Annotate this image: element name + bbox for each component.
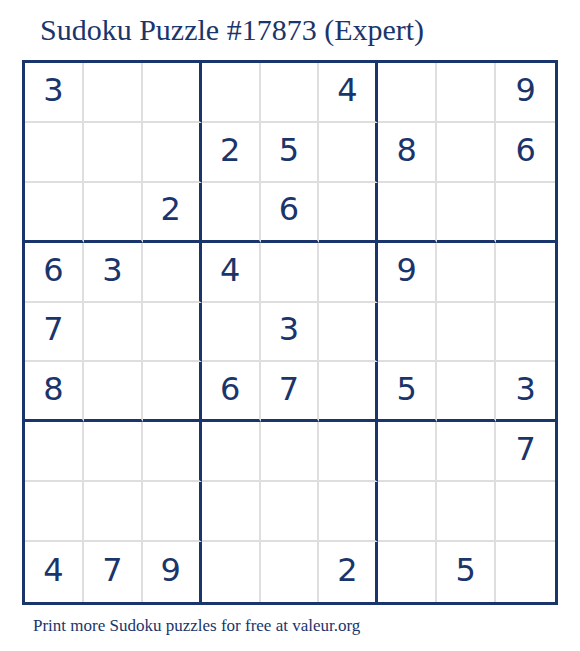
- sudoku-cell-r3c3[interactable]: 2: [143, 183, 202, 243]
- sudoku-cell-r8c1[interactable]: [25, 482, 84, 542]
- sudoku-cell-r2c6[interactable]: [319, 123, 378, 183]
- sudoku-cell-r6c2[interactable]: [84, 362, 143, 422]
- sudoku-cell-r1c6[interactable]: 4: [319, 63, 378, 123]
- sudoku-cell-r8c7[interactable]: [378, 482, 437, 542]
- sudoku-cell-r5c3[interactable]: [143, 303, 202, 363]
- sudoku-cell-r3c7[interactable]: [378, 183, 437, 243]
- sudoku-cell-r3c4[interactable]: [202, 183, 261, 243]
- sudoku-cell-r2c3[interactable]: [143, 123, 202, 183]
- page-title: Sudoku Puzzle #17873 (Expert): [40, 11, 424, 49]
- sudoku-cell-r7c9[interactable]: 7: [496, 422, 555, 482]
- sudoku-cell-r5c7[interactable]: [378, 303, 437, 363]
- sudoku-cell-r3c6[interactable]: [319, 183, 378, 243]
- sudoku-cell-r3c2[interactable]: [84, 183, 143, 243]
- sudoku-cell-r9c6[interactable]: 2: [319, 542, 378, 602]
- sudoku-cell-r6c6[interactable]: [319, 362, 378, 422]
- sudoku-cell-r1c7[interactable]: [378, 63, 437, 123]
- sudoku-cell-r6c8[interactable]: [437, 362, 496, 422]
- footer-text: Print more Sudoku puzzles for free at va…: [33, 615, 360, 637]
- sudoku-cell-r1c9[interactable]: 9: [496, 63, 555, 123]
- sudoku-cell-r1c2[interactable]: [84, 63, 143, 123]
- sudoku-cell-r2c4[interactable]: 2: [202, 123, 261, 183]
- sudoku-cell-r3c1[interactable]: [25, 183, 84, 243]
- sudoku-cell-r1c3[interactable]: [143, 63, 202, 123]
- sudoku-cell-r9c8[interactable]: 5: [437, 542, 496, 602]
- sudoku-cell-r5c4[interactable]: [202, 303, 261, 363]
- sudoku-cell-r5c8[interactable]: [437, 303, 496, 363]
- sudoku-cell-r9c2[interactable]: 7: [84, 542, 143, 602]
- sudoku-cell-r7c2[interactable]: [84, 422, 143, 482]
- sudoku-cell-r5c5[interactable]: 3: [261, 303, 320, 363]
- sudoku-cell-r9c1[interactable]: 4: [25, 542, 84, 602]
- sudoku-cell-r2c5[interactable]: 5: [261, 123, 320, 183]
- sudoku-cell-r8c5[interactable]: [261, 482, 320, 542]
- sudoku-cell-r2c7[interactable]: 8: [378, 123, 437, 183]
- sudoku-cell-r4c5[interactable]: [261, 243, 320, 303]
- sudoku-cell-r7c4[interactable]: [202, 422, 261, 482]
- sudoku-cell-r4c8[interactable]: [437, 243, 496, 303]
- sudoku-cell-r6c3[interactable]: [143, 362, 202, 422]
- sudoku-cell-r4c3[interactable]: [143, 243, 202, 303]
- sudoku-cell-r8c3[interactable]: [143, 482, 202, 542]
- sudoku-cell-r8c6[interactable]: [319, 482, 378, 542]
- sudoku-cell-r8c9[interactable]: [496, 482, 555, 542]
- sudoku-cell-r3c8[interactable]: [437, 183, 496, 243]
- sudoku-cell-r9c4[interactable]: [202, 542, 261, 602]
- sudoku-cell-r6c9[interactable]: 3: [496, 362, 555, 422]
- sudoku-cell-r8c8[interactable]: [437, 482, 496, 542]
- sudoku-cell-r4c4[interactable]: 4: [202, 243, 261, 303]
- sudoku-cell-r3c5[interactable]: 6: [261, 183, 320, 243]
- sudoku-cell-r8c2[interactable]: [84, 482, 143, 542]
- sudoku-cell-r2c8[interactable]: [437, 123, 496, 183]
- sudoku-cell-r1c5[interactable]: [261, 63, 320, 123]
- sudoku-cell-r5c1[interactable]: 7: [25, 303, 84, 363]
- sudoku-cell-r9c5[interactable]: [261, 542, 320, 602]
- sudoku-cell-r7c5[interactable]: [261, 422, 320, 482]
- sudoku-cell-r4c2[interactable]: 3: [84, 243, 143, 303]
- sudoku-cell-r6c1[interactable]: 8: [25, 362, 84, 422]
- sudoku-cell-r2c2[interactable]: [84, 123, 143, 183]
- sudoku-cell-r7c6[interactable]: [319, 422, 378, 482]
- sudoku-cell-r2c9[interactable]: 6: [496, 123, 555, 183]
- sudoku-cell-r4c1[interactable]: 6: [25, 243, 84, 303]
- sudoku-cell-r7c7[interactable]: [378, 422, 437, 482]
- sudoku-cell-r7c8[interactable]: [437, 422, 496, 482]
- sudoku-cell-r6c7[interactable]: 5: [378, 362, 437, 422]
- sudoku-cell-r1c8[interactable]: [437, 63, 496, 123]
- sudoku-page: Sudoku Puzzle #17873 (Expert) 3492586266…: [0, 0, 580, 651]
- sudoku-cell-r4c6[interactable]: [319, 243, 378, 303]
- sudoku-cell-r6c5[interactable]: 7: [261, 362, 320, 422]
- sudoku-cell-r4c7[interactable]: 9: [378, 243, 437, 303]
- sudoku-cell-r1c4[interactable]: [202, 63, 261, 123]
- sudoku-cell-r7c3[interactable]: [143, 422, 202, 482]
- sudoku-cell-r1c1[interactable]: 3: [25, 63, 84, 123]
- sudoku-cell-r8c4[interactable]: [202, 482, 261, 542]
- sudoku-cell-r5c2[interactable]: [84, 303, 143, 363]
- sudoku-cell-r9c9[interactable]: [496, 542, 555, 602]
- sudoku-cell-r6c4[interactable]: 6: [202, 362, 261, 422]
- sudoku-cell-r7c1[interactable]: [25, 422, 84, 482]
- sudoku-cell-r3c9[interactable]: [496, 183, 555, 243]
- sudoku-cell-r4c9[interactable]: [496, 243, 555, 303]
- sudoku-cell-r2c1[interactable]: [25, 123, 84, 183]
- sudoku-cell-r9c3[interactable]: 9: [143, 542, 202, 602]
- sudoku-board: 34925862663497386753747925: [22, 60, 558, 605]
- sudoku-cell-r5c6[interactable]: [319, 303, 378, 363]
- sudoku-cell-r9c7[interactable]: [378, 542, 437, 602]
- sudoku-cell-r5c9[interactable]: [496, 303, 555, 363]
